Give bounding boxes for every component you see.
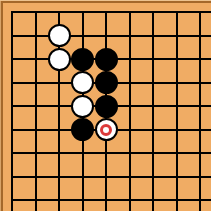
stone-black (95, 95, 118, 118)
stone-white (71, 71, 94, 94)
stone-white (48, 24, 71, 47)
stone-white-marked (95, 118, 118, 141)
board-grid[interactable] (0, 0, 211, 211)
stone-black (95, 48, 118, 71)
stone-white (48, 48, 71, 71)
stone-black (71, 48, 94, 71)
stone-black (71, 118, 94, 141)
circle-mark-icon (100, 124, 112, 136)
stone-white (71, 95, 94, 118)
go-board-diagram (0, 0, 211, 211)
stone-black (95, 71, 118, 94)
